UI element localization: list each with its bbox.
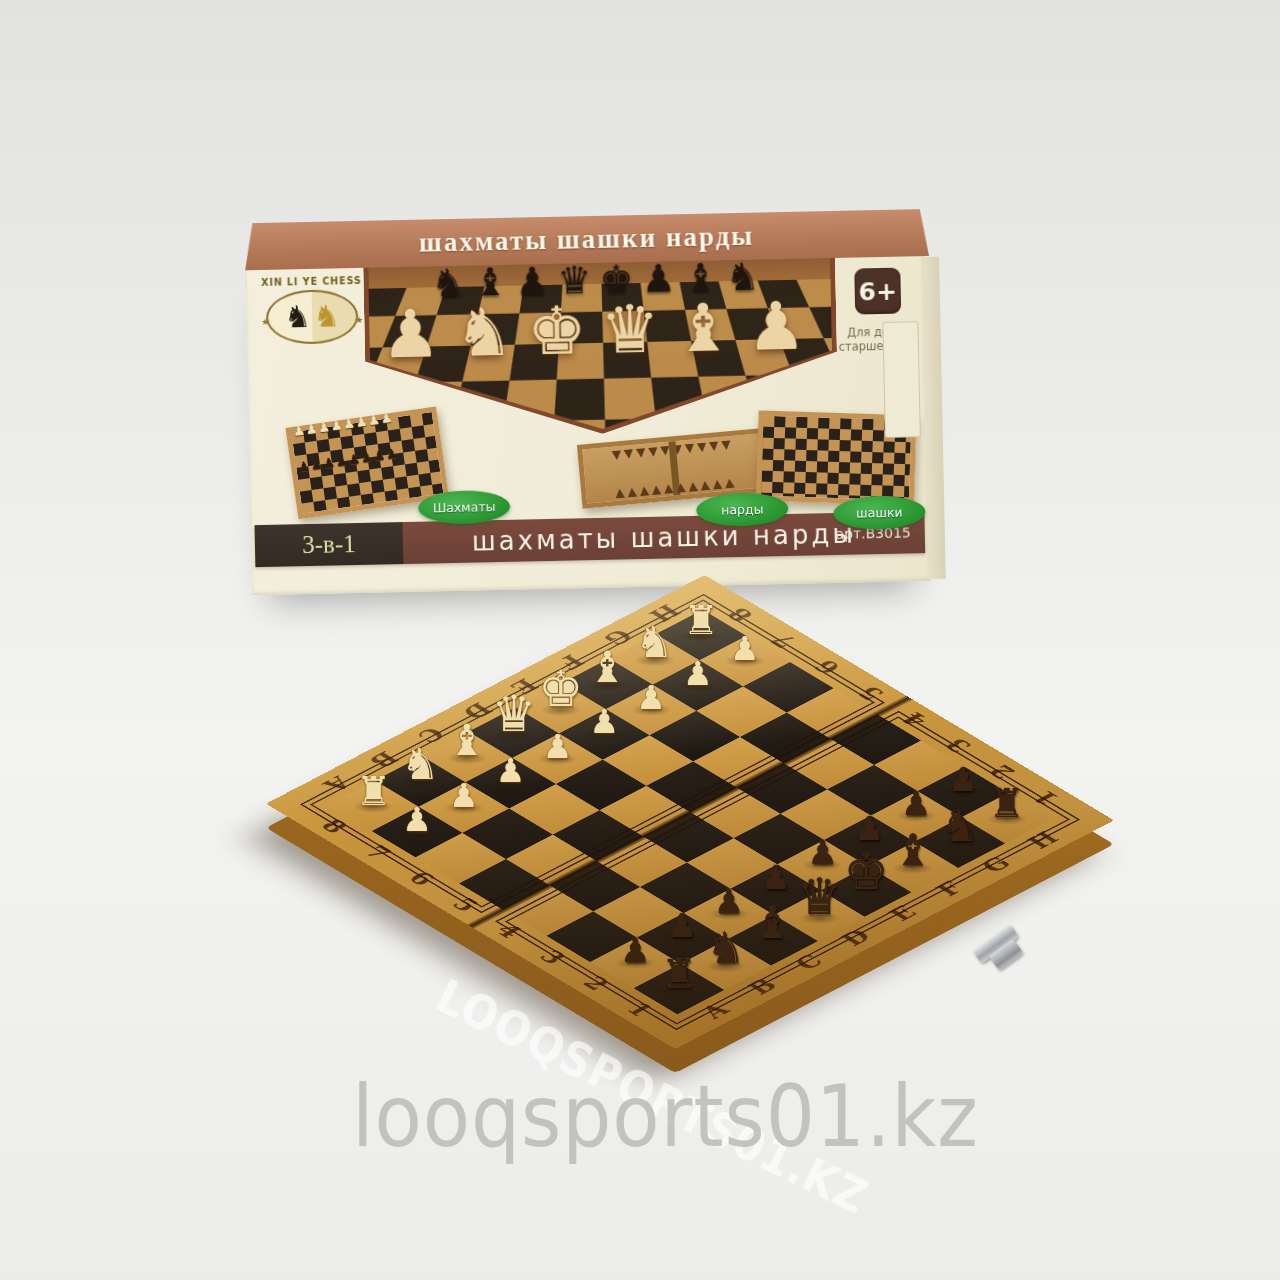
product-photo-scene: XIN LI YE CHESS ★ ♞ ♞ ★ ♞♝♟♛♚♟♝♞ ♟♞♚♛♝♟ … xyxy=(0,0,1280,1280)
watermark-horizontal: looqsports01.kz xyxy=(352,1066,979,1166)
metal-clasp-icon xyxy=(965,913,1043,986)
